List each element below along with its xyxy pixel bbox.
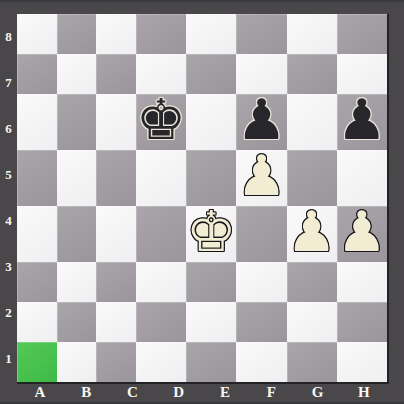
square-d1[interactable] <box>136 342 186 382</box>
square-d2[interactable] <box>136 302 186 342</box>
square-c1[interactable] <box>96 342 136 382</box>
file-label-e: E <box>202 382 248 404</box>
square-e6[interactable] <box>186 94 236 150</box>
square-d8[interactable] <box>136 14 186 54</box>
square-b4[interactable] <box>57 206 97 262</box>
square-c3[interactable] <box>96 262 136 302</box>
chess-diagram: ♚♟♟♟♚♟♟ 87654321ABCDEFGH <box>0 0 404 404</box>
file-label-c: C <box>110 382 156 404</box>
square-e2[interactable] <box>186 302 236 342</box>
square-g1[interactable] <box>287 342 337 382</box>
file-label-d: D <box>156 382 202 404</box>
square-e4[interactable]: ♚ <box>186 206 236 262</box>
rank-label-8: 8 <box>0 14 17 60</box>
square-f5[interactable]: ♟ <box>236 150 286 206</box>
square-f8[interactable] <box>236 14 286 54</box>
square-g7[interactable] <box>287 54 337 94</box>
piece-white-pawn[interactable]: ♟ <box>337 204 387 260</box>
square-c6[interactable] <box>96 94 136 150</box>
rank-label-2: 2 <box>0 290 17 336</box>
file-label-g: G <box>295 382 341 404</box>
rank-label-1: 1 <box>0 336 17 382</box>
square-b3[interactable] <box>57 262 97 302</box>
square-h8[interactable] <box>337 14 387 54</box>
square-h1[interactable] <box>337 342 387 382</box>
square-d5[interactable] <box>136 150 186 206</box>
square-e3[interactable] <box>186 262 236 302</box>
square-d3[interactable] <box>136 262 186 302</box>
square-b5[interactable] <box>57 150 97 206</box>
square-c2[interactable] <box>96 302 136 342</box>
square-a7[interactable] <box>17 54 57 94</box>
square-g6[interactable] <box>287 94 337 150</box>
square-b2[interactable] <box>57 302 97 342</box>
square-h4[interactable]: ♟ <box>337 206 387 262</box>
square-a5[interactable] <box>17 150 57 206</box>
square-f2[interactable] <box>236 302 286 342</box>
square-d4[interactable] <box>136 206 186 262</box>
square-g4[interactable]: ♟ <box>287 206 337 262</box>
square-d6[interactable]: ♚ <box>136 94 186 150</box>
square-h6[interactable]: ♟ <box>337 94 387 150</box>
rank-label-6: 6 <box>0 106 17 152</box>
top-edge-divider <box>0 0 404 2</box>
square-f4[interactable] <box>236 206 286 262</box>
rank-label-5: 5 <box>0 152 17 198</box>
square-b7[interactable] <box>57 54 97 94</box>
file-label-b: B <box>63 382 109 404</box>
square-g2[interactable] <box>287 302 337 342</box>
piece-white-pawn[interactable]: ♟ <box>287 204 337 260</box>
square-h5[interactable] <box>337 150 387 206</box>
square-g5[interactable] <box>287 150 337 206</box>
piece-white-king[interactable]: ♚ <box>186 204 236 260</box>
rank-label-4: 4 <box>0 198 17 244</box>
square-a1[interactable] <box>17 342 57 382</box>
square-a3[interactable] <box>17 262 57 302</box>
square-b8[interactable] <box>57 14 97 54</box>
piece-white-pawn[interactable]: ♟ <box>236 148 286 204</box>
square-e5[interactable] <box>186 150 236 206</box>
file-label-h: H <box>341 382 387 404</box>
square-a2[interactable] <box>17 302 57 342</box>
square-e7[interactable] <box>186 54 236 94</box>
square-b6[interactable] <box>57 94 97 150</box>
square-c5[interactable] <box>96 150 136 206</box>
square-e1[interactable] <box>186 342 236 382</box>
square-g8[interactable] <box>287 14 337 54</box>
square-g3[interactable] <box>287 262 337 302</box>
square-a6[interactable] <box>17 94 57 150</box>
file-label-a: A <box>17 382 63 404</box>
piece-black-pawn[interactable]: ♟ <box>337 92 387 148</box>
square-h2[interactable] <box>337 302 387 342</box>
rank-label-7: 7 <box>0 60 17 106</box>
square-a4[interactable] <box>17 206 57 262</box>
square-c4[interactable] <box>96 206 136 262</box>
square-a8[interactable] <box>17 14 57 54</box>
file-label-f: F <box>248 382 294 404</box>
chess-board: ♚♟♟♟♚♟♟ <box>17 14 389 384</box>
square-c7[interactable] <box>96 54 136 94</box>
square-b1[interactable] <box>57 342 97 382</box>
square-c8[interactable] <box>96 14 136 54</box>
square-f1[interactable] <box>236 342 286 382</box>
piece-black-pawn[interactable]: ♟ <box>236 92 286 148</box>
square-f6[interactable]: ♟ <box>236 94 286 150</box>
piece-black-king[interactable]: ♚ <box>136 92 186 148</box>
square-h3[interactable] <box>337 262 387 302</box>
rank-label-3: 3 <box>0 244 17 290</box>
square-f3[interactable] <box>236 262 286 302</box>
square-e8[interactable] <box>186 14 236 54</box>
